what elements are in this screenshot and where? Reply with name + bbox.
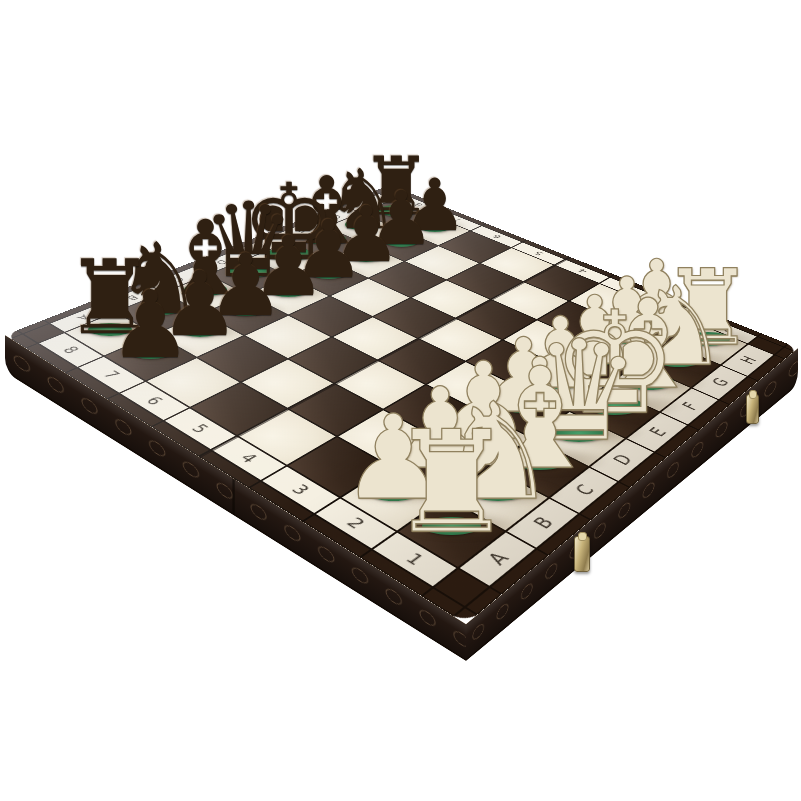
brass-clasp-far [746,394,759,424]
pawn-glyph: ♟ [95,279,207,372]
chess-set-photo: ABCDEFGH8877665544332211ABCDEFGH ♜♞♝♛♚♝♞… [0,0,801,801]
brass-clasp-near [574,536,590,572]
pieces-layer: ♜♞♝♛♚♝♞♜♟♟♟♟♟♟♟♟♟♟♟♟♟♟♟♟♜♞♝♛♚♝♞♜ [0,0,801,801]
rook-glyph: ♜ [367,413,536,554]
